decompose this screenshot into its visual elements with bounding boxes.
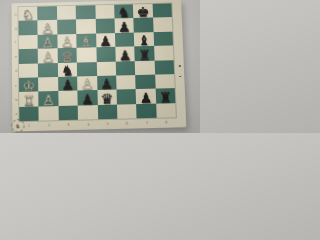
- square-g3: [57, 20, 76, 35]
- square-c8: [155, 74, 175, 89]
- square-c3: ♟: [58, 76, 78, 91]
- board-grid: ♘♞♚♙♟♙♙♗♟♝♙♕♟♜♞♔♟♙♟♖♙♟♛♟♜: [18, 3, 175, 121]
- chess-board: hgfedcba ♘♞♚♙♟♙♙♗♟♝♙♕♟♜♞♔♟♙♟♖♙♟♛♟♜ 12345…: [11, 0, 186, 131]
- file-label-a: a: [15, 112, 17, 117]
- square-g1: [19, 21, 38, 36]
- square-f5: ♟: [96, 33, 116, 48]
- square-g2: ♙: [38, 20, 57, 35]
- square-d5: [96, 61, 116, 76]
- square-e3: ♕: [57, 48, 77, 63]
- rank-label-5: 5: [106, 121, 108, 126]
- square-a2: [39, 106, 59, 121]
- square-a4: [78, 105, 98, 120]
- file-label-h: h: [14, 12, 16, 16]
- file-label-e: e: [15, 54, 17, 59]
- square-d3: ♞: [58, 62, 78, 77]
- file-label-b: b: [15, 97, 17, 102]
- square-f1: [19, 35, 38, 50]
- square-a5: [97, 104, 117, 119]
- square-f7: ♝: [134, 32, 154, 47]
- square-e1: [19, 49, 38, 64]
- square-e6: ♟: [115, 46, 135, 61]
- square-e8: [154, 46, 174, 61]
- square-c7: [135, 74, 155, 89]
- square-b8: ♜: [155, 88, 175, 103]
- file-label-g: g: [14, 26, 16, 30]
- square-b4: ♟: [78, 90, 98, 105]
- square-f3: ♙: [57, 34, 77, 49]
- square-g4: [76, 19, 96, 33]
- square-g7: [134, 18, 154, 32]
- knight-logo-icon: ♞: [11, 119, 24, 133]
- square-h7: ♚: [133, 4, 153, 18]
- square-d1: [19, 63, 39, 78]
- square-b3: [58, 91, 78, 106]
- square-c1: ♔: [19, 77, 39, 92]
- square-b1: ♖: [19, 92, 39, 107]
- file-label-c: c: [15, 83, 17, 88]
- rank-label-3: 3: [67, 122, 69, 127]
- square-c6: [116, 75, 136, 90]
- square-h8: [152, 3, 172, 17]
- square-a3: [58, 105, 78, 120]
- square-d7: [135, 60, 155, 75]
- square-h4: [76, 5, 95, 19]
- square-e4: [77, 47, 97, 62]
- photo-background: { "game": "chess", "scene_label": "overh…: [0, 0, 200, 133]
- square-c5: ♟: [97, 75, 117, 90]
- square-e7: ♜: [134, 46, 154, 61]
- rank-label-6: 6: [126, 121, 128, 126]
- square-f6: [115, 32, 135, 47]
- square-f4: ♗: [76, 33, 96, 48]
- square-h1: ♘: [18, 7, 37, 21]
- file-label-f: f: [15, 40, 16, 44]
- square-g8: [153, 17, 173, 31]
- rank-label-2: 2: [48, 123, 50, 128]
- square-a8: [156, 103, 176, 118]
- square-d4: [77, 62, 97, 77]
- square-g5: [95, 19, 115, 33]
- square-b5: ♛: [97, 90, 117, 105]
- square-d8: [154, 60, 174, 75]
- rank-label-8: 8: [165, 120, 167, 125]
- rank-label-1: 1: [28, 123, 30, 128]
- square-f8: [153, 31, 173, 46]
- square-h2: [38, 6, 57, 20]
- rank-label-7: 7: [145, 120, 147, 125]
- square-d2: [38, 63, 58, 78]
- square-h3: [57, 6, 76, 20]
- knight-logo-glyph: ♞: [15, 123, 21, 129]
- square-h6: ♞: [114, 4, 134, 18]
- square-c2: [38, 77, 58, 92]
- border-marks: [179, 65, 181, 77]
- square-a7: [136, 103, 156, 118]
- square-e5: [96, 47, 116, 62]
- square-b7: ♟: [136, 89, 156, 104]
- square-a6: [117, 104, 137, 119]
- rank-label-4: 4: [87, 122, 89, 127]
- square-a1: [19, 106, 39, 121]
- square-c4: ♙: [77, 76, 97, 91]
- square-d6: [116, 61, 136, 76]
- square-b6: [116, 89, 136, 104]
- square-h5: [95, 5, 115, 19]
- file-label-d: d: [15, 68, 17, 73]
- square-b2: ♙: [39, 91, 59, 106]
- square-f2: ♙: [38, 34, 57, 49]
- square-e2: ♙: [38, 48, 58, 63]
- square-g6: ♟: [114, 18, 134, 32]
